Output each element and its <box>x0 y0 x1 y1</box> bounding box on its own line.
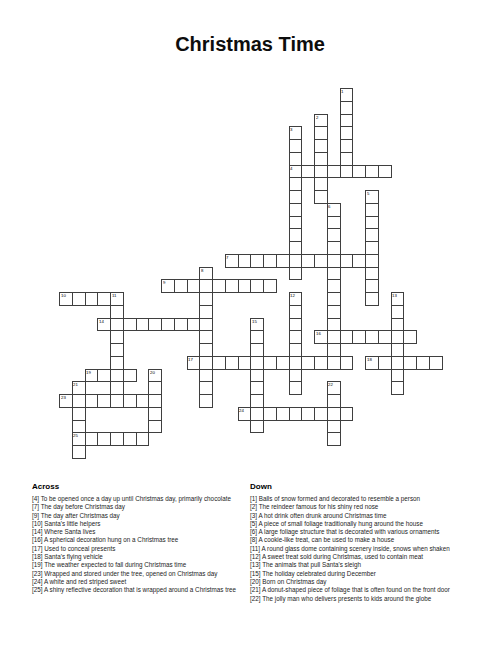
down-clue-1: [1] Balls of snow formed and decorated t… <box>250 495 472 503</box>
grid-cell-2-16[interactable] <box>85 292 99 306</box>
grid-cell-10-18[interactable] <box>187 318 201 332</box>
grid-cell-4-19[interactable] <box>110 330 124 344</box>
grid-cell-4-23[interactable] <box>110 381 124 395</box>
grid-cell-22-2[interactable] <box>340 114 354 128</box>
down-clue-list: [1] Balls of snow formed and decorated t… <box>250 495 472 603</box>
cell-number-7: 7 <box>226 255 228 259</box>
grid-cell-14-15[interactable] <box>238 279 252 293</box>
across-clue-16: [16] A spherical decoration hung on a Ch… <box>32 536 248 544</box>
grid-cell-22-21[interactable] <box>340 356 354 370</box>
grid-cell-18-21[interactable] <box>289 356 303 370</box>
grid-cell-17-25[interactable] <box>276 407 290 421</box>
across-clue-18: [18] Santa's flying vehicle <box>32 553 248 561</box>
grid-cell-25-6[interactable] <box>378 165 392 179</box>
across-clue-list: [4] To be opened once a day up until Chr… <box>32 495 248 595</box>
grid-cell-11-18[interactable] <box>199 318 213 332</box>
grid-cell-4-20[interactable] <box>110 343 124 357</box>
across-clue-9: [9] The day after Christmas day <box>32 512 248 520</box>
grid-cell-23-19[interactable] <box>352 330 366 344</box>
cell-number-4: 4 <box>290 166 292 170</box>
across-clue-10: [10] Santa's little helpers <box>32 520 248 528</box>
grid-cell-15-20[interactable] <box>250 343 264 357</box>
grid-cell-22-5[interactable] <box>340 152 354 166</box>
grid-cell-15-21[interactable] <box>250 356 264 370</box>
grid-cell-26-17[interactable] <box>391 305 405 319</box>
across-clues-section: Across [4] To be opened once a day up un… <box>32 482 248 595</box>
grid-cell-20-13[interactable] <box>314 254 328 268</box>
grid-cell-11-15[interactable] <box>199 279 213 293</box>
grid-cell-18-12[interactable] <box>289 241 303 255</box>
grid-cell-4-18[interactable] <box>110 318 124 332</box>
grid-cell-13-21[interactable] <box>225 356 239 370</box>
grid-cell-1-26[interactable] <box>72 420 86 434</box>
grid-cell-21-24[interactable] <box>327 394 341 408</box>
grid-cell-26-23[interactable] <box>391 381 405 395</box>
grid-cell-23-13[interactable] <box>352 254 366 268</box>
grid-cell-26-20[interactable] <box>391 343 405 357</box>
grid-cell-25-19[interactable] <box>378 330 392 344</box>
grid-cell-6-27[interactable] <box>136 432 150 446</box>
grid-cell-19-6[interactable] <box>301 165 315 179</box>
grid-cell-21-26[interactable] <box>327 420 341 434</box>
grid-cell-13-15[interactable] <box>225 279 239 293</box>
grid-cell-24-10[interactable] <box>365 216 379 230</box>
grid-cell-18-5[interactable] <box>289 152 303 166</box>
down-clue-21: [21] A donut-shaped piece of foliage tha… <box>250 586 472 594</box>
grid-cell-7-25[interactable] <box>148 407 162 421</box>
across-clue-17: [17] Used to conceal presents <box>32 545 248 553</box>
grid-cell-18-7[interactable] <box>289 177 303 191</box>
grid-cell-1-16[interactable] <box>72 292 86 306</box>
grid-cell-22-13[interactable] <box>340 254 354 268</box>
cell-number-15: 15 <box>252 319 257 323</box>
grid-cell-15-24[interactable] <box>250 394 264 408</box>
grid-cell-15-25[interactable] <box>250 407 264 421</box>
grid-cell-20-25[interactable] <box>314 407 328 421</box>
grid-cell-18-14[interactable] <box>289 267 303 281</box>
grid-cell-3-16[interactable] <box>97 292 111 306</box>
grid-cell-20-3[interactable] <box>314 126 328 140</box>
grid-cell-22-6[interactable] <box>340 165 354 179</box>
grid-cell-20-6[interactable] <box>314 165 328 179</box>
grid-cell-7-23[interactable] <box>148 381 162 395</box>
grid-cell-15-22[interactable] <box>250 369 264 383</box>
grid-cell-17-13[interactable] <box>276 254 290 268</box>
across-header: Across <box>32 482 248 491</box>
grid-cell-6-24[interactable] <box>136 394 150 408</box>
grid-cell-7-18[interactable] <box>148 318 162 332</box>
grid-cell-18-11[interactable] <box>289 228 303 242</box>
across-clue-19: [19] The weather expected to fall during… <box>32 561 248 569</box>
cell-number-24: 24 <box>239 408 244 412</box>
grid-cell-20-21[interactable] <box>314 356 328 370</box>
grid-cell-18-18[interactable] <box>289 318 303 332</box>
grid-cell-4-17[interactable] <box>110 305 124 319</box>
grid-cell-11-16[interactable] <box>199 292 213 306</box>
grid-cell-14-13[interactable] <box>238 254 252 268</box>
grid-cell-20-8[interactable] <box>314 190 328 204</box>
grid-cell-18-19[interactable] <box>289 330 303 344</box>
grid-cell-3-22[interactable] <box>97 369 111 383</box>
grid-cell-11-19[interactable] <box>199 330 213 344</box>
grid-cell-4-27[interactable] <box>110 432 124 446</box>
grid-cell-26-21[interactable] <box>391 356 405 370</box>
grid-cell-5-18[interactable] <box>123 318 137 332</box>
grid-cell-26-19[interactable] <box>391 330 405 344</box>
grid-cell-10-15[interactable] <box>187 279 201 293</box>
down-clue-5: [5] A piece of small foliage traditional… <box>250 520 472 528</box>
grid-cell-4-21[interactable] <box>110 356 124 370</box>
grid-cell-9-15[interactable] <box>174 279 188 293</box>
grid-cell-16-13[interactable] <box>263 254 277 268</box>
grid-cell-11-22[interactable] <box>199 369 213 383</box>
grid-cell-15-15[interactable] <box>250 279 264 293</box>
grid-cell-1-28[interactable] <box>72 445 86 459</box>
crossword-page: { "game": "crossword", "title": "Christm… <box>0 0 500 647</box>
grid-cell-15-19[interactable] <box>250 330 264 344</box>
grid-cell-1-24[interactable] <box>72 394 86 408</box>
grid-cell-22-1[interactable] <box>340 101 354 115</box>
grid-cell-26-18[interactable] <box>391 318 405 332</box>
down-clue-2: [2] The reindeer famous for his shiny re… <box>250 503 472 511</box>
grid-cell-22-4[interactable] <box>340 139 354 153</box>
grid-cell-18-9[interactable] <box>289 203 303 217</box>
grid-cell-21-16[interactable] <box>327 292 341 306</box>
cell-number-1: 1 <box>341 89 343 93</box>
grid-cell-6-18[interactable] <box>136 318 150 332</box>
down-clue-6: [6] A large foliage structure that is de… <box>250 528 472 536</box>
grid-cell-24-16[interactable] <box>365 292 379 306</box>
grid-cell-21-6[interactable] <box>327 165 341 179</box>
grid-cell-18-4[interactable] <box>289 139 303 153</box>
cell-number-6: 6 <box>328 204 330 208</box>
grid-cell-22-3[interactable] <box>340 126 354 140</box>
grid-cell-24-12[interactable] <box>365 241 379 255</box>
grid-cell-7-26[interactable] <box>148 420 162 434</box>
grid-cell-19-13[interactable] <box>301 254 315 268</box>
grid-cell-15-13[interactable] <box>250 254 264 268</box>
cell-number-2: 2 <box>316 115 318 119</box>
grid-cell-16-15[interactable] <box>263 279 277 293</box>
grid-cell-27-19[interactable] <box>403 330 417 344</box>
grid-cell-20-4[interactable] <box>314 139 328 153</box>
grid-cell-2-27[interactable] <box>85 432 99 446</box>
grid-cell-19-25[interactable] <box>301 407 315 421</box>
grid-cell-24-11[interactable] <box>365 228 379 242</box>
grid-cell-21-20[interactable] <box>327 343 341 357</box>
down-clue-8: [8] A cookie-like treat, can be used to … <box>250 536 472 544</box>
grid-cell-18-23[interactable] <box>289 381 303 395</box>
cell-number-25: 25 <box>73 433 78 437</box>
grid-cell-8-18[interactable] <box>161 318 175 332</box>
grid-cell-21-25[interactable] <box>327 407 341 421</box>
grid-cell-11-24[interactable] <box>199 394 213 408</box>
grid-cell-24-19[interactable] <box>365 330 379 344</box>
grid-cell-28-21[interactable] <box>416 356 430 370</box>
grid-cell-20-5[interactable] <box>314 152 328 166</box>
across-clue-4: [4] To be opened once a day up until Chr… <box>32 495 248 503</box>
grid-cell-21-15[interactable] <box>327 279 341 293</box>
down-clue-12: [12] A sweet treat sold during Christmas… <box>250 553 472 561</box>
grid-cell-3-27[interactable] <box>97 432 111 446</box>
grid-cell-21-27[interactable] <box>327 432 341 446</box>
grid-cell-18-10[interactable] <box>289 216 303 230</box>
down-header: Down <box>250 482 472 491</box>
grid-cell-18-13[interactable] <box>289 254 303 268</box>
down-clue-22: [22] The jolly man who delivers presents… <box>250 595 472 603</box>
cell-number-19: 19 <box>86 370 91 374</box>
grid-cell-9-18[interactable] <box>174 318 188 332</box>
grid-cell-12-15[interactable] <box>212 279 226 293</box>
grid-cell-29-21[interactable] <box>429 356 443 370</box>
grid-cell-5-22[interactable] <box>123 369 137 383</box>
cell-number-20: 20 <box>150 370 155 374</box>
cell-number-8: 8 <box>201 268 203 272</box>
grid-cell-18-8[interactable] <box>289 190 303 204</box>
grid-cell-1-25[interactable] <box>72 407 86 421</box>
down-clue-15: [15] The holiday celebrated during Decem… <box>250 570 472 578</box>
cell-number-9: 9 <box>163 280 165 284</box>
grid-cell-26-22[interactable] <box>391 369 405 383</box>
across-clue-25: [25] A shiny reflective decoration that … <box>32 586 248 594</box>
across-clue-7: [7] The day before Christmas day <box>32 503 248 511</box>
grid-cell-19-21[interactable] <box>301 356 315 370</box>
grid-cell-21-19[interactable] <box>327 330 341 344</box>
across-clue-23: [23] Wrapped and stored under the tree, … <box>32 570 248 578</box>
down-clues-section: Down [1] Balls of snow formed and decora… <box>250 482 472 603</box>
grid-cell-21-17[interactable] <box>327 305 341 319</box>
cell-number-11: 11 <box>112 293 116 297</box>
grid-cell-3-24[interactable] <box>97 394 111 408</box>
grid-cell-17-21[interactable] <box>276 356 290 370</box>
grid-cell-21-11[interactable] <box>327 228 341 242</box>
grid-cell-18-20[interactable] <box>289 343 303 357</box>
grid-cell-15-26[interactable] <box>250 420 264 434</box>
grid-cell-11-21[interactable] <box>199 356 213 370</box>
grid-cell-2-24[interactable] <box>85 394 99 408</box>
grid-cell-27-21[interactable] <box>403 356 417 370</box>
grid-cell-5-24[interactable] <box>123 394 137 408</box>
grid-cell-11-20[interactable] <box>199 343 213 357</box>
grid-cell-24-14[interactable] <box>365 267 379 281</box>
grid-cell-11-17[interactable] <box>199 305 213 319</box>
grid-cell-20-7[interactable] <box>314 177 328 191</box>
grid-cell-21-21[interactable] <box>327 356 341 370</box>
grid-cell-21-18[interactable] <box>327 318 341 332</box>
crossword-grid: 1234567891011121314151617181920212223242… <box>59 88 443 459</box>
cell-number-10: 10 <box>61 293 66 297</box>
cell-number-17: 17 <box>188 357 193 361</box>
grid-cell-15-23[interactable] <box>250 381 264 395</box>
cell-number-5: 5 <box>367 191 369 195</box>
across-clue-24: [24] A white and red striped sweet <box>32 578 248 586</box>
grid-cell-21-12[interactable] <box>327 241 341 255</box>
grid-cell-4-22[interactable] <box>110 369 124 383</box>
down-clue-13: [13] The animals that pull Santa's sleig… <box>250 561 472 569</box>
down-clue-20: [20] Born on Christmas day <box>250 578 472 586</box>
grid-cell-22-19[interactable] <box>340 330 354 344</box>
grid-cell-16-25[interactable] <box>263 407 277 421</box>
down-clue-3: [3] A hot drink often drunk around Chris… <box>250 512 472 520</box>
across-clue-14: [14] Where Santa lives <box>32 528 248 536</box>
cell-number-3: 3 <box>290 127 292 131</box>
page-title: Christmas Time <box>0 33 500 56</box>
cell-number-23: 23 <box>61 395 66 399</box>
grid-cell-12-21[interactable] <box>212 356 226 370</box>
grid-cell-4-24[interactable] <box>110 394 124 408</box>
grid-cell-18-17[interactable] <box>289 305 303 319</box>
grid-cell-25-21[interactable] <box>378 356 392 370</box>
cell-number-12: 12 <box>290 293 295 297</box>
grid-cell-16-21[interactable] <box>263 356 277 370</box>
grid-cell-24-9[interactable] <box>365 203 379 217</box>
cell-number-14: 14 <box>99 319 104 323</box>
grid-cell-14-21[interactable] <box>238 356 252 370</box>
grid-cell-24-15[interactable] <box>365 279 379 293</box>
grid-cell-21-14[interactable] <box>327 267 341 281</box>
down-clue-11: [11] A round glass dome containing scene… <box>250 545 472 553</box>
grid-cell-24-6[interactable] <box>365 165 379 179</box>
cell-number-22: 22 <box>328 382 333 386</box>
cell-number-13: 13 <box>392 293 397 297</box>
grid-cell-21-10[interactable] <box>327 216 341 230</box>
cell-number-18: 18 <box>367 357 372 361</box>
grid-cell-21-13[interactable] <box>327 254 341 268</box>
grid-cell-22-25[interactable] <box>340 407 354 421</box>
grid-cell-11-23[interactable] <box>199 381 213 395</box>
grid-cell-5-27[interactable] <box>123 432 137 446</box>
grid-cell-18-22[interactable] <box>289 369 303 383</box>
cell-number-16: 16 <box>316 331 321 335</box>
grid-cell-18-25[interactable] <box>289 407 303 421</box>
grid-cell-23-6[interactable] <box>352 165 366 179</box>
grid-cell-7-24[interactable] <box>148 394 162 408</box>
cell-number-21: 21 <box>73 382 78 386</box>
grid-cell-24-13[interactable] <box>365 254 379 268</box>
